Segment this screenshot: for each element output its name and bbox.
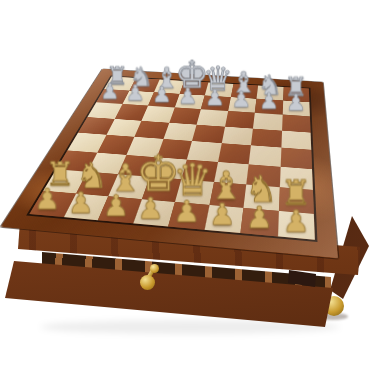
square-d7[interactable]: ♟ — [174, 94, 204, 110]
piece-silver-pawn[interactable]: ♟ — [100, 81, 119, 103]
chess-board-scene: ♜♞♝♚♛♝♞♜♟♟♟♟♟♟♟♟♜♞♝♚♛♝♞♜♟♟♟♟♟♟♟♟ — [57, 6, 327, 276]
piece-gold-pawn[interactable]: ♟ — [283, 206, 310, 236]
square-f7[interactable]: ♟ — [228, 97, 257, 113]
piece-gold-pawn[interactable]: ♟ — [34, 185, 60, 214]
piece-gold-pawn[interactable]: ♟ — [103, 191, 129, 220]
board-grid: ♜♞♝♚♛♝♞♜♟♟♟♟♟♟♟♟♜♞♝♚♛♝♞♜♟♟♟♟♟♟♟♟ — [26, 76, 317, 242]
square-b5[interactable] — [106, 119, 141, 137]
square-h5[interactable] — [281, 130, 311, 149]
square-h1[interactable]: ♟ — [277, 210, 314, 239]
piece-silver-pawn[interactable]: ♟ — [259, 90, 279, 112]
piece-silver-pawn[interactable]: ♟ — [286, 92, 306, 114]
drawer-knob[interactable] — [138, 263, 164, 291]
brass-ball-foot — [324, 296, 344, 316]
square-b1[interactable]: ♟ — [63, 193, 108, 220]
piece-gold-pawn[interactable]: ♟ — [246, 203, 273, 233]
square-g5[interactable] — [251, 128, 282, 147]
chess-board: ♜♞♝♚♛♝♞♜♟♟♟♟♟♟♟♟♜♞♝♚♛♝♞♜♟♟♟♟♟♟♟♟ — [1, 69, 338, 259]
square-f1[interactable]: ♟ — [204, 205, 243, 233]
piece-silver-pawn[interactable]: ♟ — [205, 87, 225, 109]
piece-silver-pawn[interactable]: ♟ — [126, 82, 145, 104]
piece-silver-pawn[interactable]: ♟ — [178, 85, 198, 107]
knob-flange — [140, 275, 155, 290]
square-f5[interactable] — [221, 126, 253, 145]
ground-shadow — [40, 320, 340, 334]
square-g1[interactable]: ♟ — [240, 207, 278, 236]
piece-gold-pawn[interactable]: ♟ — [68, 188, 94, 217]
piece-gold-pawn[interactable]: ♟ — [209, 200, 236, 230]
square-g4[interactable] — [249, 145, 281, 166]
square-e1[interactable]: ♟ — [168, 202, 209, 230]
piece-gold-pawn[interactable]: ♟ — [173, 197, 200, 227]
product-photo-chess-box: { "game": "chess", "set_style": "moderni… — [0, 0, 385, 385]
knob-tip — [150, 264, 159, 273]
piece-silver-pawn[interactable]: ♟ — [232, 89, 252, 111]
square-e5[interactable] — [192, 124, 225, 143]
piece-gold-pawn[interactable]: ♟ — [138, 194, 164, 223]
square-h7[interactable]: ♟ — [282, 100, 310, 116]
square-d5[interactable] — [163, 122, 197, 141]
square-f4[interactable] — [218, 143, 251, 164]
square-e7[interactable]: ♟ — [201, 95, 231, 111]
square-g7[interactable]: ♟ — [255, 99, 283, 115]
square-h4[interactable] — [280, 148, 312, 169]
piece-silver-pawn[interactable]: ♟ — [152, 84, 172, 106]
square-c5[interactable] — [134, 121, 169, 139]
